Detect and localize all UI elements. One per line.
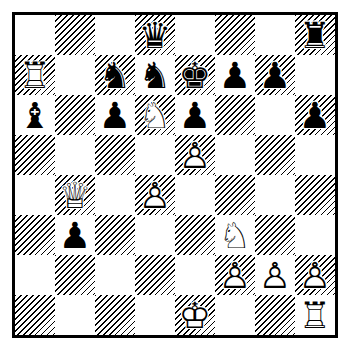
square-c6[interactable]: ♟: [95, 95, 135, 135]
white-pawn-h2[interactable]: ♟: [295, 255, 335, 295]
square-d7[interactable]: ♞: [135, 55, 175, 95]
square-a2[interactable]: [15, 255, 55, 295]
square-e5[interactable]: ♟♙: [175, 135, 215, 175]
square-b2[interactable]: [55, 255, 95, 295]
square-g7[interactable]: ♟: [255, 55, 295, 95]
square-b4[interactable]: ♛♕: [55, 175, 95, 215]
square-a1[interactable]: [15, 295, 55, 335]
square-e6[interactable]: ♟: [175, 95, 215, 135]
square-d8[interactable]: ♛: [135, 15, 175, 55]
square-d4[interactable]: ♟♙: [135, 175, 175, 215]
square-f1[interactable]: [215, 295, 255, 335]
square-b8[interactable]: [55, 15, 95, 55]
white-pawn-outline-icon: ♙: [295, 255, 335, 295]
black-pawn-f7[interactable]: ♟: [215, 55, 255, 95]
square-a7[interactable]: ♜♖: [15, 55, 55, 95]
square-c3[interactable]: [95, 215, 135, 255]
square-e2[interactable]: [175, 255, 215, 295]
square-e7[interactable]: ♚: [175, 55, 215, 95]
square-c7[interactable]: ♞: [95, 55, 135, 95]
chess-diagram-page: ♛♜♜♖♞♞♚♟♟♝♟♞♘♟♟♟♙♛♕♟♙♟♞♘♟♙♟♙♟♙♚♔♜♖: [0, 0, 350, 350]
square-f3[interactable]: ♞♘: [215, 215, 255, 255]
square-g3[interactable]: [255, 215, 295, 255]
white-pawn-outline-icon: ♙: [255, 255, 295, 295]
square-c5[interactable]: [95, 135, 135, 175]
white-queen-outline-icon: ♕: [55, 175, 95, 215]
square-b3[interactable]: ♟: [55, 215, 95, 255]
square-c4[interactable]: [95, 175, 135, 215]
square-d5[interactable]: [135, 135, 175, 175]
square-d3[interactable]: [135, 215, 175, 255]
white-king-outline-icon: ♔: [175, 295, 215, 335]
white-pawn-outline-icon: ♙: [135, 175, 175, 215]
black-pawn-g7[interactable]: ♟: [255, 55, 295, 95]
square-f8[interactable]: [215, 15, 255, 55]
chess-board: ♛♜♜♖♞♞♚♟♟♝♟♞♘♟♟♟♙♛♕♟♙♟♞♘♟♙♟♙♟♙♚♔♜♖: [12, 12, 338, 338]
white-pawn-f2[interactable]: ♟: [215, 255, 255, 295]
square-e8[interactable]: [175, 15, 215, 55]
square-b7[interactable]: [55, 55, 95, 95]
square-g4[interactable]: [255, 175, 295, 215]
square-g2[interactable]: ♟♙: [255, 255, 295, 295]
square-a4[interactable]: [15, 175, 55, 215]
square-h1[interactable]: ♜♖: [295, 295, 335, 335]
white-pawn-outline-icon: ♙: [215, 255, 255, 295]
square-f2[interactable]: ♟♙: [215, 255, 255, 295]
white-pawn-e5[interactable]: ♟: [175, 135, 215, 175]
black-knight-c7[interactable]: ♞: [95, 55, 135, 95]
square-h8[interactable]: ♜: [295, 15, 335, 55]
white-queen-b4[interactable]: ♛: [55, 175, 95, 215]
square-d6[interactable]: ♞♘: [135, 95, 175, 135]
black-rook-h8[interactable]: ♜: [295, 15, 335, 55]
square-g6[interactable]: [255, 95, 295, 135]
white-rook-outline-icon: ♖: [295, 295, 335, 335]
white-pawn-d4[interactable]: ♟: [135, 175, 175, 215]
square-h5[interactable]: [295, 135, 335, 175]
square-g5[interactable]: [255, 135, 295, 175]
square-e4[interactable]: [175, 175, 215, 215]
black-queen-d8[interactable]: ♛: [135, 15, 175, 55]
square-f5[interactable]: [215, 135, 255, 175]
square-a5[interactable]: [15, 135, 55, 175]
white-knight-d6[interactable]: ♞: [135, 95, 175, 135]
square-h6[interactable]: ♟: [295, 95, 335, 135]
square-a6[interactable]: ♝: [15, 95, 55, 135]
white-rook-h1[interactable]: ♜: [295, 295, 335, 335]
square-g1[interactable]: [255, 295, 295, 335]
square-c1[interactable]: [95, 295, 135, 335]
square-d1[interactable]: [135, 295, 175, 335]
white-king-e1[interactable]: ♚: [175, 295, 215, 335]
square-f7[interactable]: ♟: [215, 55, 255, 95]
square-d2[interactable]: [135, 255, 175, 295]
black-king-e7[interactable]: ♚: [175, 55, 215, 95]
square-h3[interactable]: [295, 215, 335, 255]
black-pawn-b3[interactable]: ♟: [55, 215, 95, 255]
square-e3[interactable]: [175, 215, 215, 255]
square-b6[interactable]: [55, 95, 95, 135]
white-pawn-g2[interactable]: ♟: [255, 255, 295, 295]
black-bishop-a6[interactable]: ♝: [15, 95, 55, 135]
white-knight-outline-icon: ♘: [215, 215, 255, 255]
black-knight-d7[interactable]: ♞: [135, 55, 175, 95]
white-knight-outline-icon: ♘: [135, 95, 175, 135]
square-f6[interactable]: [215, 95, 255, 135]
white-rook-a7[interactable]: ♜: [15, 55, 55, 95]
square-c8[interactable]: [95, 15, 135, 55]
square-f4[interactable]: [215, 175, 255, 215]
white-rook-outline-icon: ♖: [15, 55, 55, 95]
black-pawn-h6[interactable]: ♟: [295, 95, 335, 135]
black-pawn-e6[interactable]: ♟: [175, 95, 215, 135]
square-b5[interactable]: [55, 135, 95, 175]
square-c2[interactable]: [95, 255, 135, 295]
black-pawn-c6[interactable]: ♟: [95, 95, 135, 135]
square-a3[interactable]: [15, 215, 55, 255]
square-h2[interactable]: ♟♙: [295, 255, 335, 295]
square-h7[interactable]: [295, 55, 335, 95]
white-pawn-outline-icon: ♙: [175, 135, 215, 175]
square-h4[interactable]: [295, 175, 335, 215]
white-knight-f3[interactable]: ♞: [215, 215, 255, 255]
square-a8[interactable]: [15, 15, 55, 55]
square-b1[interactable]: [55, 295, 95, 335]
square-e1[interactable]: ♚♔: [175, 295, 215, 335]
square-g8[interactable]: [255, 15, 295, 55]
